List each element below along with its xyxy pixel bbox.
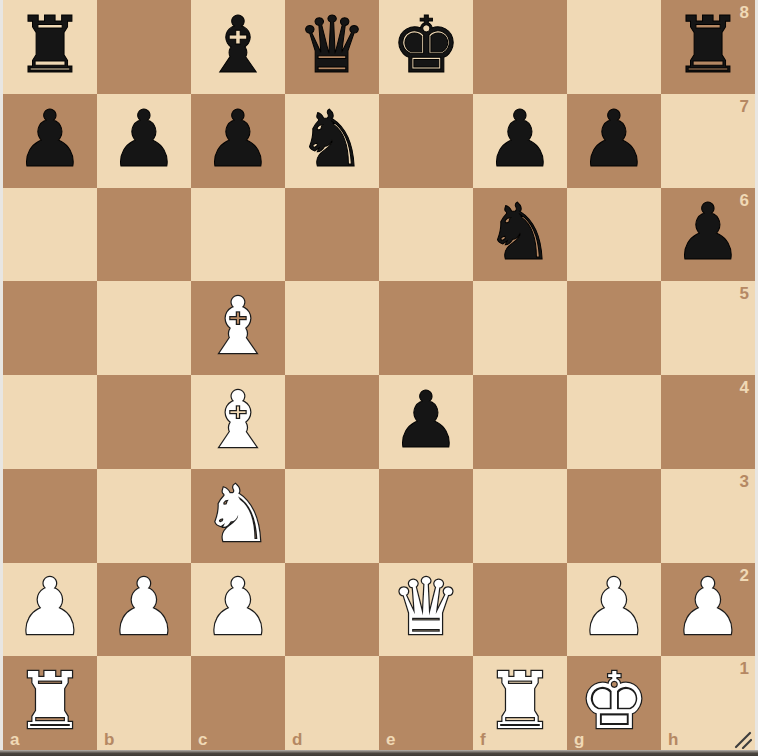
square-g5[interactable] [567, 281, 661, 375]
white-queen-piece[interactable]: ♛ [391, 568, 461, 646]
rank-label-1: 1 [740, 660, 749, 677]
black-king-piece[interactable]: ♚ [391, 6, 461, 84]
file-label-d: d [292, 731, 302, 748]
white-pawn-piece[interactable]: ♟ [203, 568, 273, 646]
square-d8[interactable]: ♛ [285, 0, 379, 94]
black-pawn-piece[interactable]: ♟ [673, 193, 743, 271]
square-e2[interactable]: ♛ [379, 563, 473, 657]
black-pawn-piece[interactable]: ♟ [391, 381, 461, 459]
square-c7[interactable]: ♟ [191, 94, 285, 188]
black-knight-piece[interactable]: ♞ [485, 193, 555, 271]
black-bishop-piece[interactable]: ♝ [203, 6, 273, 84]
white-king-piece[interactable]: ♚ [579, 662, 649, 740]
board-resize-handle[interactable] [734, 731, 752, 749]
square-c8[interactable]: ♝ [191, 0, 285, 94]
bottom-edge [0, 750, 758, 756]
black-rook-piece[interactable]: ♜ [15, 6, 85, 84]
square-a8[interactable]: ♜ [3, 0, 97, 94]
square-e4[interactable]: ♟ [379, 375, 473, 469]
square-d1[interactable]: d [285, 656, 379, 750]
white-knight-piece[interactable]: ♞ [203, 475, 273, 553]
square-a2[interactable]: ♟ [3, 563, 97, 657]
square-f5[interactable] [473, 281, 567, 375]
file-label-b: b [104, 731, 114, 748]
white-bishop-piece[interactable]: ♝ [203, 287, 273, 365]
white-pawn-piece[interactable]: ♟ [579, 568, 649, 646]
square-g2[interactable]: ♟ [567, 563, 661, 657]
square-g7[interactable]: ♟ [567, 94, 661, 188]
square-h8[interactable]: ♜8 [661, 0, 755, 94]
square-b8[interactable] [97, 0, 191, 94]
square-g3[interactable] [567, 469, 661, 563]
square-f7[interactable]: ♟ [473, 94, 567, 188]
square-b5[interactable] [97, 281, 191, 375]
square-e1[interactable]: e [379, 656, 473, 750]
square-b7[interactable]: ♟ [97, 94, 191, 188]
black-pawn-piece[interactable]: ♟ [485, 100, 555, 178]
rank-label-4: 4 [740, 379, 749, 396]
white-pawn-piece[interactable]: ♟ [673, 568, 743, 646]
square-f2[interactable] [473, 563, 567, 657]
square-a6[interactable] [3, 188, 97, 282]
square-h5[interactable]: 5 [661, 281, 755, 375]
square-b2[interactable]: ♟ [97, 563, 191, 657]
rank-label-3: 3 [740, 473, 749, 490]
square-e5[interactable] [379, 281, 473, 375]
square-e6[interactable] [379, 188, 473, 282]
square-h6[interactable]: ♟6 [661, 188, 755, 282]
square-d5[interactable] [285, 281, 379, 375]
square-a7[interactable]: ♟ [3, 94, 97, 188]
square-c3[interactable]: ♞ [191, 469, 285, 563]
file-label-c: c [198, 731, 207, 748]
rank-label-5: 5 [740, 285, 749, 302]
chess-board: ♜♝♛♚♜8♟♟♟♞♟♟7♞♟6♝5♝♟4♞3♟♟♟♛♟♟2♜abcde♜f♚g… [3, 0, 755, 750]
square-g1[interactable]: ♚g [567, 656, 661, 750]
square-h7[interactable]: 7 [661, 94, 755, 188]
white-bishop-piece[interactable]: ♝ [203, 381, 273, 459]
white-rook-piece[interactable]: ♜ [485, 662, 555, 740]
black-queen-piece[interactable]: ♛ [297, 6, 367, 84]
black-pawn-piece[interactable]: ♟ [203, 100, 273, 178]
black-pawn-piece[interactable]: ♟ [579, 100, 649, 178]
black-pawn-piece[interactable]: ♟ [109, 100, 179, 178]
white-pawn-piece[interactable]: ♟ [109, 568, 179, 646]
square-d3[interactable] [285, 469, 379, 563]
square-c4[interactable]: ♝ [191, 375, 285, 469]
square-a1[interactable]: ♜a [3, 656, 97, 750]
square-b4[interactable] [97, 375, 191, 469]
square-g6[interactable] [567, 188, 661, 282]
square-c6[interactable] [191, 188, 285, 282]
square-f4[interactable] [473, 375, 567, 469]
square-a3[interactable] [3, 469, 97, 563]
square-c5[interactable]: ♝ [191, 281, 285, 375]
black-pawn-piece[interactable]: ♟ [15, 100, 85, 178]
square-f3[interactable] [473, 469, 567, 563]
square-h3[interactable]: 3 [661, 469, 755, 563]
square-f8[interactable] [473, 0, 567, 94]
square-d4[interactable] [285, 375, 379, 469]
rank-label-7: 7 [740, 98, 749, 115]
white-pawn-piece[interactable]: ♟ [15, 568, 85, 646]
square-g8[interactable] [567, 0, 661, 94]
square-a5[interactable] [3, 281, 97, 375]
square-e3[interactable] [379, 469, 473, 563]
square-e7[interactable] [379, 94, 473, 188]
file-label-e: e [386, 731, 395, 748]
black-knight-piece[interactable]: ♞ [297, 100, 367, 178]
square-d6[interactable] [285, 188, 379, 282]
square-b3[interactable] [97, 469, 191, 563]
black-rook-piece[interactable]: ♜ [673, 6, 743, 84]
square-c2[interactable]: ♟ [191, 563, 285, 657]
white-rook-piece[interactable]: ♜ [15, 662, 85, 740]
square-f6[interactable]: ♞ [473, 188, 567, 282]
square-d2[interactable] [285, 563, 379, 657]
page: ♜♝♛♚♜8♟♟♟♞♟♟7♞♟6♝5♝♟4♞3♟♟♟♛♟♟2♜abcde♜f♚g… [0, 0, 758, 756]
square-f1[interactable]: ♜f [473, 656, 567, 750]
square-b1[interactable]: b [97, 656, 191, 750]
square-c1[interactable]: c [191, 656, 285, 750]
square-a4[interactable] [3, 375, 97, 469]
file-label-h: h [668, 731, 678, 748]
square-b6[interactable] [97, 188, 191, 282]
square-d7[interactable]: ♞ [285, 94, 379, 188]
square-h2[interactable]: ♟2 [661, 563, 755, 657]
square-e8[interactable]: ♚ [379, 0, 473, 94]
square-g4[interactable] [567, 375, 661, 469]
square-h4[interactable]: 4 [661, 375, 755, 469]
